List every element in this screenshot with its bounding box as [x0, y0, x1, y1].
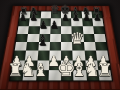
- piece-white-queen[interactable]: ♛: [67, 31, 87, 47]
- piece-black-pawn[interactable]: ♟: [55, 13, 75, 22]
- piece-white-knight[interactable]: ♞: [18, 61, 38, 79]
- game-screen: ♜♞♛♚♝♞♜♟♟♟♟♟♟♟♟♝♛♟♟♟♟♟♟♟♜♞♝♚♝♞♜: [0, 0, 120, 90]
- piece-white-pawn[interactable]: ♟: [69, 54, 89, 68]
- piece-white-bishop[interactable]: ♝: [69, 61, 89, 79]
- piece-white-pawn[interactable]: ♟: [19, 54, 39, 68]
- piece-black-pawn[interactable]: ♟: [13, 13, 33, 22]
- piece-white-pawn[interactable]: ♟: [93, 54, 113, 68]
- piece-black-queen[interactable]: ♛: [45, 5, 65, 16]
- piece-black-rook[interactable]: ♜: [86, 6, 106, 15]
- piece-white-pawn[interactable]: ♟: [7, 54, 27, 68]
- piece-white-pawn[interactable]: ♟: [44, 54, 64, 68]
- piece-black-pawn[interactable]: ♟: [24, 13, 44, 22]
- piece-black-knight[interactable]: ♞: [76, 6, 96, 16]
- piece-white-rook[interactable]: ♜: [5, 62, 25, 79]
- piece-layer: ♜♞♛♚♝♞♜♟♟♟♟♟♟♟♟♝♛♟♟♟♟♟♟♟♜♞♝♚♝♞♜: [0, 0, 120, 90]
- piece-white-king[interactable]: ♚: [56, 58, 76, 79]
- piece-black-pawn[interactable]: ♟: [66, 13, 86, 22]
- piece-white-pawn[interactable]: ♟: [81, 54, 101, 68]
- piece-white-knight[interactable]: ♞: [82, 61, 102, 79]
- piece-black-rook[interactable]: ♜: [14, 6, 34, 15]
- piece-white-pawn[interactable]: ♟: [56, 54, 76, 68]
- piece-black-knight[interactable]: ♞: [24, 6, 44, 16]
- piece-white-bishop[interactable]: ♝: [31, 61, 51, 79]
- piece-black-bishop[interactable]: ♝: [66, 6, 86, 16]
- piece-white-rook[interactable]: ♜: [95, 62, 115, 79]
- piece-black-pawn[interactable]: ♟: [34, 20, 54, 30]
- piece-black-pawn[interactable]: ♟: [77, 13, 97, 22]
- piece-black-king[interactable]: ♚: [55, 4, 75, 15]
- piece-black-bishop[interactable]: ♝: [33, 33, 53, 47]
- piece-black-pawn[interactable]: ♟: [45, 20, 65, 30]
- piece-black-pawn[interactable]: ♟: [87, 13, 107, 22]
